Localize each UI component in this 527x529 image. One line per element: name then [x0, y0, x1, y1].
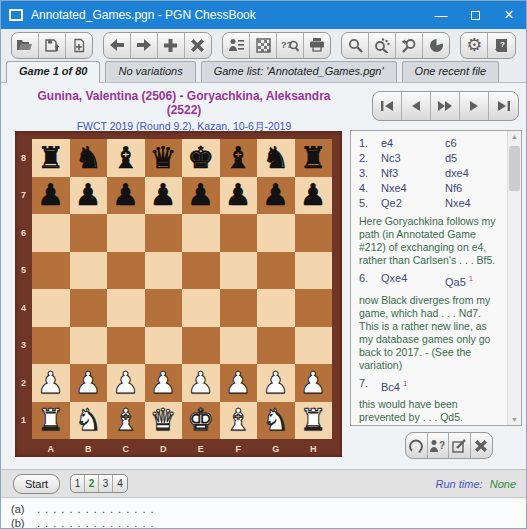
- variation-label: (a): [11, 502, 37, 516]
- piece-black-pawn[interactable]: ♟: [300, 180, 327, 210]
- move-row: 1.e4c6: [359, 136, 503, 151]
- square-f4[interactable]: [220, 289, 258, 327]
- black-move[interactable]: Nf6: [445, 181, 503, 196]
- piece-black-knight[interactable]: ♞: [75, 143, 102, 173]
- maximize-button[interactable]: [458, 1, 492, 29]
- square-g6[interactable]: [257, 214, 295, 252]
- variation-flag: 1: [403, 379, 407, 388]
- scroll-down-icon[interactable]: ▼: [508, 416, 521, 423]
- pie-chart-icon: [429, 38, 444, 53]
- move-row: 6.Qxe4Qa51: [359, 271, 503, 290]
- run-time-value: None: [490, 478, 516, 490]
- move-number: 2.: [359, 151, 381, 166]
- variation-flag: 1: [469, 274, 473, 283]
- previous-move-icon: [410, 100, 422, 112]
- page-button-3[interactable]: 3: [99, 475, 113, 492]
- move-number: 6.: [359, 271, 381, 290]
- black-move[interactable]: d5: [445, 151, 503, 166]
- square-h7[interactable]: ♟: [295, 177, 333, 215]
- open-folder-icon: [16, 38, 33, 52]
- tab-one-recent-file[interactable]: One recent file: [402, 61, 500, 82]
- square-f7[interactable]: ♟: [220, 177, 258, 215]
- piece-white-rook[interactable]: ♜: [300, 405, 327, 435]
- variation-label: (b): [11, 516, 37, 529]
- page-button-2[interactable]: 2: [85, 475, 99, 492]
- svg-text:?: ?: [500, 40, 505, 49]
- piece-white-pawn[interactable]: ♟: [262, 368, 289, 398]
- analysis-button-group: [341, 32, 450, 59]
- white-move[interactable]: Nc3: [381, 151, 445, 166]
- move-row: 4.Nxe4Nf6: [359, 181, 503, 196]
- piece-black-queen[interactable]: ♛: [150, 143, 177, 173]
- square-f6[interactable]: [220, 214, 258, 252]
- search-back-button[interactable]: [396, 33, 423, 58]
- zoom-button[interactable]: [342, 33, 369, 58]
- annotation-comment: this would have been prevented by . . . …: [359, 398, 503, 425]
- square-g2[interactable]: ♟: [257, 364, 295, 402]
- black-move[interactable]: [445, 376, 503, 395]
- square-e6[interactable]: [182, 214, 220, 252]
- piece-white-bishop[interactable]: ♝: [112, 405, 139, 435]
- square-f1[interactable]: ♝: [220, 402, 258, 440]
- file-label-d: D: [145, 440, 183, 457]
- piece-white-pawn[interactable]: ♟: [75, 368, 102, 398]
- new-document-icon: [72, 38, 86, 53]
- minimize-button[interactable]: —: [424, 1, 458, 29]
- square-e4[interactable]: [182, 289, 220, 327]
- rank-label-1: 1: [15, 402, 32, 440]
- square-d1[interactable]: ♛: [145, 402, 183, 440]
- scroll-up-icon[interactable]: ▲: [508, 133, 521, 140]
- close-button[interactable]: ×: [492, 1, 526, 29]
- page-button-group: 1 2 3 4: [70, 474, 128, 493]
- analysis-button[interactable]: [369, 33, 396, 58]
- square-b5[interactable]: [70, 252, 108, 290]
- square-d3[interactable]: [145, 327, 183, 365]
- square-h1[interactable]: ♜: [295, 402, 333, 440]
- square-g4[interactable]: [257, 289, 295, 327]
- view-button-group: ??: [222, 32, 331, 59]
- players-line: Gunina, Valentina (2506) - Goryachkina, …: [19, 89, 349, 117]
- file-label-h: H: [295, 440, 333, 457]
- close-panel-button[interactable]: [471, 433, 493, 458]
- next-game-button[interactable]: [131, 33, 158, 58]
- move-number: 1.: [359, 136, 381, 151]
- piece-white-pawn[interactable]: ♟: [300, 368, 327, 398]
- rank-label-8: 8: [15, 139, 32, 177]
- square-f3[interactable]: [220, 327, 258, 365]
- square-b2[interactable]: ♟: [70, 364, 108, 402]
- file-label-c: C: [107, 440, 145, 457]
- square-a2[interactable]: ♟: [32, 364, 70, 402]
- run-time-label: Run time:: [436, 478, 483, 490]
- square-a1[interactable]: ♜: [32, 402, 70, 440]
- person-question-icon: ?: [429, 439, 446, 453]
- file-label-g: G: [257, 440, 295, 457]
- piece-white-knight[interactable]: ♞: [75, 405, 102, 435]
- square-h3[interactable]: [295, 327, 333, 365]
- square-b4[interactable]: [70, 289, 108, 327]
- rank-label-4: 4: [15, 289, 32, 327]
- rank-label-3: 3: [15, 327, 32, 365]
- square-h6[interactable]: [295, 214, 333, 252]
- start-button[interactable]: Start: [13, 474, 60, 494]
- file-label-a: A: [32, 440, 70, 457]
- first-move-button[interactable]: [373, 92, 402, 120]
- white-move[interactable]: Nf3: [381, 166, 445, 181]
- piece-white-pawn[interactable]: ♟: [112, 368, 139, 398]
- rank-labels: 87654321: [15, 139, 32, 439]
- piece-black-bishop[interactable]: ♝: [112, 143, 139, 173]
- square-e3[interactable]: [182, 327, 220, 365]
- tab-no-variations[interactable]: No variations: [105, 61, 195, 82]
- annotation-comment: now Black diverges from my game, which h…: [359, 294, 503, 372]
- settings-button-group: ⚙ ?: [460, 32, 516, 59]
- square-g7[interactable]: ♟: [257, 177, 295, 215]
- square-c3[interactable]: [107, 327, 145, 365]
- square-e1[interactable]: ♚: [182, 402, 220, 440]
- fast-forward-icon: [437, 100, 453, 112]
- square-c1[interactable]: ♝: [107, 402, 145, 440]
- move-row: 2.Nc3d5: [359, 151, 503, 166]
- square-d2[interactable]: ♟: [145, 364, 183, 402]
- file-label-f: F: [220, 440, 258, 457]
- toolbar: ?? ⚙ ?: [1, 29, 526, 61]
- maximize-icon: [471, 11, 480, 20]
- chess-board: 87654321 ABCDEFGH ♜♞♝♛♚♝♞♜♟♟♟♟♟♟♟♟♟♟♟♟♟♟…: [15, 131, 342, 457]
- piece-white-pawn[interactable]: ♟: [37, 368, 64, 398]
- square-g5[interactable]: [257, 252, 295, 290]
- variation-row: (b). . . . . . . . . . . . . . .: [11, 516, 526, 529]
- piece-black-pawn[interactable]: ♟: [75, 180, 102, 210]
- piece-black-rook[interactable]: ♜: [300, 143, 327, 173]
- move-row: 5.Qe2Nxe4: [359, 196, 503, 211]
- last-move-icon: [497, 100, 511, 112]
- magnifier-icon: [348, 38, 363, 53]
- piece-white-pawn[interactable]: ♟: [225, 368, 252, 398]
- variation-row: (a). . . . . . . . . . . . . . .: [11, 502, 526, 516]
- piece-black-king[interactable]: ♚: [187, 143, 214, 173]
- square-d8[interactable]: ♛: [145, 139, 183, 177]
- flip-replay-button[interactable]: [406, 433, 428, 458]
- add-game-button[interactable]: [158, 33, 185, 58]
- white-move[interactable]: Bc41: [381, 376, 445, 395]
- move-number: 7.: [359, 376, 381, 395]
- square-f2[interactable]: ♟: [220, 364, 258, 402]
- square-a8[interactable]: ♜: [32, 139, 70, 177]
- move-number: 5.: [359, 196, 381, 211]
- white-move[interactable]: Nxe4: [381, 181, 445, 196]
- square-g3[interactable]: [257, 327, 295, 365]
- square-a6[interactable]: [32, 214, 70, 252]
- square-d7[interactable]: ♟: [145, 177, 183, 215]
- rank-label-6: 6: [15, 214, 32, 252]
- black-move[interactable]: c6: [445, 136, 503, 151]
- close-x-icon: [475, 440, 487, 452]
- open-file-button[interactable]: [12, 33, 39, 58]
- piece-black-pawn[interactable]: ♟: [150, 180, 177, 210]
- square-a4[interactable]: [32, 289, 70, 327]
- piece-black-rook[interactable]: ♜: [37, 143, 64, 173]
- square-e8[interactable]: ♚: [182, 139, 220, 177]
- previous-game-button[interactable]: [104, 33, 131, 58]
- square-c6[interactable]: [107, 214, 145, 252]
- find-position-button[interactable]: ??: [277, 33, 304, 58]
- run-time: Run time: None: [436, 478, 516, 490]
- settings-button[interactable]: ⚙: [461, 33, 488, 58]
- square-b8[interactable]: ♞: [70, 139, 108, 177]
- square-h2[interactable]: ♟: [295, 364, 333, 402]
- square-b3[interactable]: [70, 327, 108, 365]
- piece-black-pawn[interactable]: ♟: [187, 180, 214, 210]
- tab-game-1-of-80[interactable]: Game 1 of 80: [6, 61, 100, 83]
- tab-game-list[interactable]: Game list: 'Annotated_Games.pgn': [201, 61, 397, 82]
- file-labels: ABCDEFGH: [32, 440, 332, 457]
- square-c7[interactable]: ♟: [107, 177, 145, 215]
- piece-white-pawn[interactable]: ♟: [150, 368, 177, 398]
- piece-black-pawn[interactable]: ♟: [112, 180, 139, 210]
- move-row: 7.Bc41: [359, 376, 503, 395]
- square-g8[interactable]: ♞: [257, 139, 295, 177]
- page-button-4[interactable]: 4: [113, 475, 127, 492]
- move-nav-group: [372, 91, 519, 121]
- annotation-comment: Here Goryachkina follows my path (in Ann…: [359, 215, 503, 267]
- square-h5[interactable]: [295, 252, 333, 290]
- square-b7[interactable]: ♟: [70, 177, 108, 215]
- move-list-scrollbar[interactable]: ▲ ▼: [507, 131, 521, 425]
- app-icon: [9, 9, 23, 21]
- last-move-button[interactable]: [489, 92, 518, 120]
- help-book-icon: ?: [494, 38, 509, 53]
- gear-icon: ⚙: [466, 36, 482, 54]
- file-label-b: B: [70, 440, 108, 457]
- move-list-panel: 1.e4c62.Nc3d53.Nf3dxe44.Nxe4Nf65.Qe2Nxe4…: [350, 130, 522, 426]
- first-move-icon: [380, 100, 394, 112]
- rank-label-5: 5: [15, 252, 32, 290]
- statistics-pie-button[interactable]: [423, 33, 450, 58]
- square-e7[interactable]: ♟: [182, 177, 220, 215]
- status-bar: Start 1 2 3 4 Run time: None: [1, 469, 526, 498]
- piece-white-knight[interactable]: ♞: [262, 405, 289, 435]
- file-button-group: [11, 32, 93, 59]
- move-row: 3.Nf3dxe4: [359, 166, 503, 181]
- square-b6[interactable]: [70, 214, 108, 252]
- square-a5[interactable]: [32, 252, 70, 290]
- square-a7[interactable]: ♟: [32, 177, 70, 215]
- square-f5[interactable]: [220, 252, 258, 290]
- square-c8[interactable]: ♝: [107, 139, 145, 177]
- svg-text:?: ?: [439, 440, 445, 451]
- tab-bar: Game 1 of 80 No variations Game list: 'A…: [1, 61, 526, 83]
- page-button-1[interactable]: 1: [71, 475, 85, 492]
- next-move-button[interactable]: [460, 92, 489, 120]
- title-bar: Annotated_Games.pgn - PGN ChessBook — ×: [1, 1, 526, 29]
- square-d6[interactable]: [145, 214, 183, 252]
- save-file-button[interactable]: [39, 33, 66, 58]
- piece-black-bishop[interactable]: ♝: [225, 143, 252, 173]
- board-grid: ♜♞♝♛♚♝♞♜♟♟♟♟♟♟♟♟♟♟♟♟♟♟♟♟♜♞♝♛♚♝♞♜: [32, 139, 332, 439]
- delete-game-button[interactable]: [185, 33, 212, 58]
- game-nav-button-group: [103, 32, 212, 59]
- edit-pencil-icon: [452, 439, 467, 453]
- variation-lines: (a). . . . . . . . . . . . . . .(b). . .…: [1, 499, 526, 529]
- person-list-icon: [228, 38, 245, 52]
- edit-annotation-button[interactable]: [449, 433, 471, 458]
- square-f8[interactable]: ♝: [220, 139, 258, 177]
- square-a3[interactable]: [32, 327, 70, 365]
- square-h8[interactable]: ♜: [295, 139, 333, 177]
- variation-dots[interactable]: . . . . . . . . . . . . . . .: [37, 516, 155, 529]
- move-number: 3.: [359, 166, 381, 181]
- square-e5[interactable]: [182, 252, 220, 290]
- rotate-icon: [408, 438, 424, 453]
- square-d5[interactable]: [145, 252, 183, 290]
- variation-dots[interactable]: . . . . . . . . . . . . . . .: [37, 502, 155, 516]
- next-move-icon: [468, 100, 480, 112]
- piece-black-pawn[interactable]: ♟: [37, 180, 64, 210]
- black-move[interactable]: Qa51: [445, 271, 503, 290]
- rank-label-2: 2: [15, 364, 32, 402]
- guess-move-button[interactable]: ?: [428, 433, 450, 458]
- white-move[interactable]: Qxe4: [381, 271, 445, 290]
- piece-white-pawn[interactable]: ♟: [187, 368, 214, 398]
- square-c2[interactable]: ♟: [107, 364, 145, 402]
- plus-icon: [164, 39, 177, 52]
- new-file-button[interactable]: [66, 33, 93, 58]
- piece-white-bishop[interactable]: ♝: [225, 405, 252, 435]
- piece-black-pawn[interactable]: ♟: [225, 180, 252, 210]
- autoplay-button[interactable]: [431, 92, 460, 120]
- black-move[interactable]: Nxe4: [445, 196, 503, 211]
- square-d4[interactable]: [145, 289, 183, 327]
- square-h4[interactable]: [295, 289, 333, 327]
- black-move[interactable]: dxe4: [445, 166, 503, 181]
- move-list: 1.e4c62.Nc3d53.Nf3dxe44.Nxe4Nf65.Qe2Nxe4…: [351, 131, 507, 425]
- help-button[interactable]: ?: [488, 33, 515, 58]
- x-icon: [191, 39, 204, 52]
- square-e2[interactable]: ♟: [182, 364, 220, 402]
- print-button[interactable]: [304, 33, 331, 58]
- find-question-icon: ??: [281, 38, 299, 52]
- previous-move-button[interactable]: [402, 92, 431, 120]
- piece-black-pawn[interactable]: ♟: [262, 180, 289, 210]
- scrollbar-thumb[interactable]: [509, 146, 520, 191]
- file-label-e: E: [182, 440, 220, 457]
- player-info-button[interactable]: [223, 33, 250, 58]
- square-c5[interactable]: [107, 252, 145, 290]
- arrow-left-icon: [109, 39, 125, 51]
- save-floppy-icon: [44, 38, 60, 53]
- main-content: Gunina, Valentina (2506) - Goryachkina, …: [1, 83, 526, 529]
- arrow-right-icon: [136, 39, 152, 51]
- white-move[interactable]: e4: [381, 136, 445, 151]
- magnifier-dots-icon: [374, 38, 390, 53]
- piece-white-queen[interactable]: ♛: [150, 405, 177, 435]
- annotation-action-group: ?: [405, 432, 493, 459]
- square-g1[interactable]: ♞: [257, 402, 295, 440]
- checkerboard-icon: [256, 38, 271, 53]
- square-b1[interactable]: ♞: [70, 402, 108, 440]
- rank-label-7: 7: [15, 177, 32, 215]
- piece-white-king[interactable]: ♚: [187, 405, 214, 435]
- piece-black-knight[interactable]: ♞: [262, 143, 289, 173]
- piece-white-rook[interactable]: ♜: [37, 405, 64, 435]
- position-setup-button[interactable]: [250, 33, 277, 58]
- white-move[interactable]: Qe2: [381, 196, 445, 211]
- move-number: 4.: [359, 181, 381, 196]
- square-c4[interactable]: [107, 289, 145, 327]
- window-title: Annotated_Games.pgn - PGN ChessBook: [31, 8, 256, 22]
- magnifier-arrow-icon: [401, 38, 417, 53]
- printer-icon: [309, 38, 325, 52]
